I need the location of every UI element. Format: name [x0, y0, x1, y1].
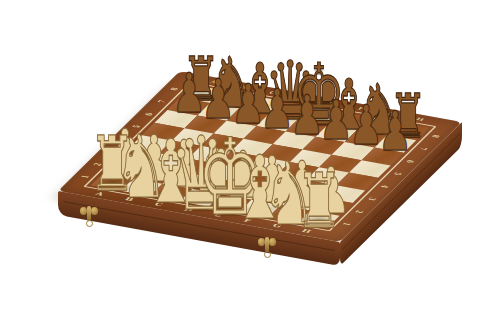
front-left-latch-brass-latch-icon [82, 206, 96, 226]
chess-set-photo: AABBCCDDEEFFGGHH1122334455667788 ♜♞♝♛♚♝♞… [0, 0, 500, 333]
white-rook[interactable]: ♜ [295, 163, 342, 239]
black-pawn[interactable]: ♟ [378, 103, 412, 158]
